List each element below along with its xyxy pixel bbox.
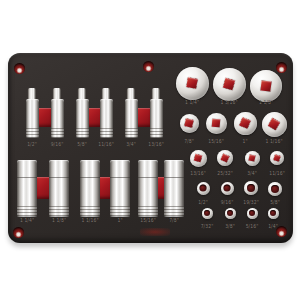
size-label: 1 1/8" (47, 218, 71, 223)
size-label: 1 1/4" (180, 100, 204, 105)
shallow-socket (268, 182, 282, 196)
deep-socket (164, 160, 184, 217)
socket-ring-line (80, 177, 100, 178)
square-drive-hole (239, 117, 251, 129)
deep-socket (138, 160, 158, 217)
size-label: 9/16" (215, 200, 239, 205)
square-drive-hole (249, 155, 256, 162)
size-label: 15/16" (136, 218, 160, 223)
size-label: 7/8" (177, 139, 201, 144)
deep-socket (51, 88, 64, 138)
socket-ring-line (49, 177, 69, 178)
deep-socket (17, 160, 37, 217)
deep-socket (26, 88, 39, 138)
deep-socket (150, 88, 163, 138)
shallow-socket (234, 112, 257, 135)
socket-knurl-band (164, 206, 184, 217)
size-label: 19/32" (239, 200, 263, 205)
size-label: 1/2" (20, 142, 44, 147)
deep-socket (80, 160, 100, 217)
shallow-socket (268, 208, 279, 219)
square-drive-hole (220, 153, 229, 162)
socket-opening (224, 185, 231, 192)
square-drive-hole (186, 77, 198, 89)
size-label: 1" (233, 139, 257, 144)
size-label: 3/4" (119, 142, 143, 147)
shallow-socket (247, 208, 258, 219)
size-label: 9/16" (45, 142, 69, 147)
size-label: 5/8" (70, 142, 94, 147)
shallow-socket (176, 67, 209, 100)
square-drive-hole (194, 154, 202, 162)
size-label: 1 1/16" (78, 218, 102, 223)
socket-knurl-band (110, 206, 130, 217)
socket-knurl-band (76, 128, 89, 138)
socket-opening (200, 185, 207, 192)
deep-socket (76, 88, 89, 138)
deep-socket (110, 160, 130, 217)
size-label: 11/16" (265, 171, 289, 176)
size-label: 11/16" (94, 142, 118, 147)
product-photo: 1/2"9/16"5/8"11/16"3/4"13/16"1 1/4"1 1/8… (0, 0, 300, 300)
shallow-socket (197, 182, 210, 195)
shallow-socket (213, 68, 246, 101)
shallow-socket (244, 181, 258, 195)
socket-ring-line (110, 177, 130, 178)
socket-knurl-band (150, 128, 163, 138)
socket-ring-line (164, 177, 184, 178)
size-label: 1" (108, 218, 132, 223)
size-label: 3/8" (218, 224, 242, 229)
size-label: 7/32" (195, 224, 219, 229)
mount-hole (276, 62, 287, 73)
socket-knurl-band (17, 206, 37, 217)
socket-knurl-band (125, 128, 138, 138)
size-label: 3/4" (240, 171, 264, 176)
mount-hole (143, 61, 154, 72)
mount-hole (13, 227, 24, 238)
socket-opening (271, 185, 279, 193)
square-drive-hole (223, 78, 235, 90)
square-drive-hole (212, 119, 221, 128)
socket-opening (249, 210, 255, 216)
socket-knurl-band (80, 206, 100, 217)
shallow-socket (221, 182, 234, 195)
socket-knurl-band (51, 128, 64, 138)
size-label: 7/8" (162, 218, 186, 223)
size-label: 15/16" (204, 139, 228, 144)
shallow-socket (217, 150, 233, 166)
size-label: 1 1/8" (254, 100, 278, 105)
shallow-socket (245, 151, 260, 166)
square-drive-hole (268, 118, 280, 130)
socket-opening (204, 210, 210, 216)
size-label: 25/32" (213, 171, 237, 176)
socket-opening (247, 184, 255, 192)
shallow-socket (180, 114, 199, 133)
shallow-socket (250, 70, 282, 102)
shallow-socket (206, 113, 227, 134)
square-drive-hole (273, 154, 281, 162)
size-label: 1/2" (191, 200, 215, 205)
size-label: 13/16" (186, 171, 210, 176)
size-label: 5/8" (263, 200, 287, 205)
size-label: 1 1/16" (262, 139, 286, 144)
square-drive-hole (184, 118, 193, 127)
shallow-socket (202, 208, 213, 219)
size-label: 13/16" (144, 142, 168, 147)
socket-knurl-band (49, 206, 69, 217)
socket-opening (227, 210, 233, 216)
mount-hole (14, 63, 25, 74)
deep-socket (49, 160, 69, 217)
shallow-socket (190, 150, 207, 167)
deep-socket (125, 88, 138, 138)
size-label: 1 3/16" (217, 100, 241, 105)
shallow-socket (262, 112, 287, 137)
brand-logo (140, 228, 170, 236)
shallow-socket (270, 151, 284, 165)
size-label: 1/4" (261, 224, 285, 229)
deep-socket (100, 88, 113, 138)
socket-opening (270, 210, 276, 216)
shallow-socket (225, 208, 236, 219)
socket-knurl-band (138, 206, 158, 217)
socket-knurl-band (26, 128, 39, 138)
square-drive-hole (261, 81, 272, 92)
size-label: 1 1/4" (15, 218, 39, 223)
socket-ring-line (17, 177, 37, 178)
socket-ring-line (138, 177, 158, 178)
socket-knurl-band (100, 128, 113, 138)
